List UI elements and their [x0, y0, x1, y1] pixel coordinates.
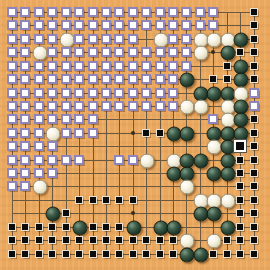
white-territory-marker[interactable] [7, 88, 17, 98]
black-territory-marker[interactable] [62, 223, 70, 231]
black-territory-marker[interactable] [62, 209, 70, 217]
white-territory-marker[interactable] [47, 34, 57, 44]
white-territory-marker[interactable] [88, 7, 98, 17]
white-territory-marker[interactable] [101, 61, 111, 71]
white-territory-marker[interactable] [61, 20, 71, 30]
white-territory-marker[interactable] [141, 7, 151, 17]
white-territory-marker[interactable] [74, 74, 84, 84]
black-territory-marker[interactable] [129, 196, 137, 204]
white-territory-marker[interactable] [20, 168, 30, 178]
white-territory-marker[interactable] [47, 168, 57, 178]
black-territory-marker[interactable] [156, 236, 164, 244]
black-territory-marker[interactable] [236, 236, 244, 244]
white-territory-marker[interactable] [20, 74, 30, 84]
black-territory-marker[interactable] [236, 250, 244, 258]
white-territory-marker[interactable] [47, 155, 57, 165]
white-territory-marker[interactable] [20, 141, 30, 151]
white-stone[interactable] [207, 234, 222, 249]
marked-point-marker[interactable] [234, 140, 246, 152]
black-territory-marker[interactable] [35, 223, 43, 231]
black-territory-marker[interactable] [169, 250, 177, 258]
hoshi-dot [131, 131, 135, 135]
black-territory-marker[interactable] [223, 236, 231, 244]
white-territory-marker[interactable] [47, 61, 57, 71]
white-territory-marker[interactable] [141, 88, 151, 98]
white-territory-marker[interactable] [181, 34, 191, 44]
black-stone[interactable] [180, 126, 195, 141]
black-territory-marker[interactable] [8, 236, 16, 244]
white-territory-marker[interactable] [20, 128, 30, 138]
black-territory-marker[interactable] [62, 236, 70, 244]
white-territory-marker[interactable] [88, 128, 98, 138]
black-stone[interactable] [73, 220, 88, 235]
white-territory-marker[interactable] [114, 34, 124, 44]
white-territory-marker[interactable] [47, 47, 57, 57]
white-territory-marker[interactable] [7, 34, 17, 44]
white-territory-marker[interactable] [88, 47, 98, 57]
white-territory-marker[interactable] [101, 88, 111, 98]
black-territory-marker[interactable] [250, 209, 258, 217]
black-territory-marker[interactable] [209, 250, 217, 258]
white-territory-marker[interactable] [128, 101, 138, 111]
white-territory-marker[interactable] [88, 74, 98, 84]
white-territory-marker[interactable] [34, 141, 44, 151]
white-territory-marker[interactable] [155, 20, 165, 30]
black-territory-marker[interactable] [21, 223, 29, 231]
white-territory-marker[interactable] [101, 101, 111, 111]
white-territory-marker[interactable] [47, 74, 57, 84]
black-stone[interactable] [220, 220, 235, 235]
black-territory-marker[interactable] [223, 75, 231, 83]
white-territory-marker[interactable] [168, 34, 178, 44]
white-territory-marker[interactable] [128, 88, 138, 98]
white-stone[interactable] [32, 46, 47, 61]
white-territory-marker[interactable] [20, 88, 30, 98]
black-stone[interactable] [126, 220, 141, 235]
white-territory-marker[interactable] [114, 155, 124, 165]
black-territory-marker[interactable] [21, 236, 29, 244]
white-territory-marker[interactable] [195, 20, 205, 30]
hoshi-dot [211, 50, 215, 54]
black-stone[interactable] [220, 167, 235, 182]
white-territory-marker[interactable] [141, 101, 151, 111]
black-territory-marker[interactable] [8, 250, 16, 258]
white-territory-marker[interactable] [61, 101, 71, 111]
black-territory-marker[interactable] [250, 169, 258, 177]
white-territory-marker[interactable] [88, 34, 98, 44]
white-territory-marker[interactable] [195, 7, 205, 17]
white-territory-marker[interactable] [88, 88, 98, 98]
black-stone[interactable] [207, 207, 222, 222]
white-stone[interactable] [193, 99, 208, 114]
black-territory-marker[interactable] [156, 250, 164, 258]
white-territory-marker[interactable] [74, 101, 84, 111]
black-territory-marker[interactable] [223, 250, 231, 258]
white-territory-marker[interactable] [168, 74, 178, 84]
white-territory-marker[interactable] [7, 181, 17, 191]
white-territory-marker[interactable] [47, 20, 57, 30]
black-territory-marker[interactable] [236, 156, 244, 164]
black-territory-marker[interactable] [236, 182, 244, 190]
white-territory-marker[interactable] [7, 61, 17, 71]
white-territory-marker[interactable] [61, 114, 71, 124]
black-territory-marker[interactable] [250, 21, 258, 29]
white-territory-marker[interactable] [20, 20, 30, 30]
white-territory-marker[interactable] [7, 114, 17, 124]
white-territory-marker[interactable] [181, 20, 191, 30]
white-territory-marker[interactable] [168, 61, 178, 71]
white-stone[interactable] [153, 32, 168, 47]
white-territory-marker[interactable] [34, 114, 44, 124]
white-stone[interactable] [180, 180, 195, 195]
white-territory-marker[interactable] [61, 128, 71, 138]
black-territory-marker[interactable] [62, 250, 70, 258]
white-territory-marker[interactable] [168, 47, 178, 57]
white-territory-marker[interactable] [114, 7, 124, 17]
white-territory-marker[interactable] [74, 128, 84, 138]
white-territory-marker[interactable] [34, 20, 44, 30]
white-territory-marker[interactable] [168, 7, 178, 17]
white-territory-marker[interactable] [7, 168, 17, 178]
white-territory-marker[interactable] [208, 114, 218, 124]
black-territory-marker[interactable] [102, 223, 110, 231]
black-stone[interactable] [234, 32, 249, 47]
white-territory-marker[interactable] [34, 61, 44, 71]
white-territory-marker[interactable] [114, 101, 124, 111]
black-territory-marker[interactable] [142, 129, 150, 137]
white-stone[interactable] [32, 180, 47, 195]
white-territory-marker[interactable] [181, 47, 191, 57]
white-territory-marker[interactable] [101, 34, 111, 44]
white-territory-marker[interactable] [128, 20, 138, 30]
black-territory-marker[interactable] [250, 35, 258, 43]
white-territory-marker[interactable] [168, 88, 178, 98]
white-territory-marker[interactable] [20, 155, 30, 165]
black-territory-marker[interactable] [142, 250, 150, 258]
white-stone[interactable] [46, 126, 61, 141]
black-territory-marker[interactable] [102, 236, 110, 244]
white-territory-marker[interactable] [34, 155, 44, 165]
white-territory-marker[interactable] [74, 34, 84, 44]
white-territory-marker[interactable] [181, 61, 191, 71]
black-territory-marker[interactable] [115, 223, 123, 231]
white-territory-marker[interactable] [88, 61, 98, 71]
white-territory-marker[interactable] [47, 114, 57, 124]
black-territory-marker[interactable] [142, 236, 150, 244]
black-territory-marker[interactable] [250, 236, 258, 244]
white-territory-marker[interactable] [128, 155, 138, 165]
black-territory-marker[interactable] [102, 196, 110, 204]
white-territory-marker[interactable] [101, 20, 111, 30]
black-territory-marker[interactable] [209, 75, 217, 83]
black-territory-marker[interactable] [250, 48, 258, 56]
white-stone[interactable] [193, 46, 208, 61]
white-territory-marker[interactable] [34, 7, 44, 17]
white-territory-marker[interactable] [20, 34, 30, 44]
white-territory-marker[interactable] [155, 7, 165, 17]
white-territory-marker[interactable] [155, 74, 165, 84]
black-territory-marker[interactable] [129, 236, 137, 244]
white-territory-marker[interactable] [47, 101, 57, 111]
white-territory-marker[interactable] [61, 74, 71, 84]
white-territory-marker[interactable] [61, 155, 71, 165]
black-territory-marker[interactable] [115, 236, 123, 244]
white-territory-marker[interactable] [61, 88, 71, 98]
white-territory-marker[interactable] [34, 128, 44, 138]
black-territory-marker[interactable] [75, 250, 83, 258]
white-territory-marker[interactable] [141, 20, 151, 30]
white-territory-marker[interactable] [34, 168, 44, 178]
black-stone[interactable] [234, 126, 249, 141]
black-territory-marker[interactable] [250, 129, 258, 137]
black-territory-marker[interactable] [35, 250, 43, 258]
black-territory-marker[interactable] [236, 169, 244, 177]
white-territory-marker[interactable] [128, 47, 138, 57]
black-territory-marker[interactable] [169, 236, 177, 244]
white-territory-marker[interactable] [74, 7, 84, 17]
white-territory-marker[interactable] [74, 155, 84, 165]
black-stone[interactable] [180, 73, 195, 88]
white-territory-marker[interactable] [128, 61, 138, 71]
black-territory-marker[interactable] [250, 182, 258, 190]
white-territory-marker[interactable] [155, 47, 165, 57]
black-territory-marker[interactable] [250, 156, 258, 164]
black-territory-marker[interactable] [48, 223, 56, 231]
white-territory-marker[interactable] [101, 7, 111, 17]
black-territory-marker[interactable] [250, 75, 258, 83]
black-territory-marker[interactable] [236, 223, 244, 231]
black-territory-marker[interactable] [89, 236, 97, 244]
black-territory-marker[interactable] [250, 62, 258, 70]
white-stone[interactable] [140, 153, 155, 168]
black-territory-marker[interactable] [250, 115, 258, 123]
white-territory-marker[interactable] [47, 7, 57, 17]
white-territory-marker[interactable] [155, 61, 165, 71]
black-territory-marker[interactable] [89, 196, 97, 204]
black-stone[interactable] [220, 46, 235, 61]
white-territory-marker[interactable] [114, 61, 124, 71]
black-territory-marker[interactable] [129, 250, 137, 258]
white-territory-marker[interactable] [20, 181, 30, 191]
white-territory-marker[interactable] [155, 101, 165, 111]
white-territory-marker[interactable] [141, 61, 151, 71]
black-territory-marker[interactable] [250, 223, 258, 231]
black-territory-marker[interactable] [75, 196, 83, 204]
white-territory-marker[interactable] [74, 114, 84, 124]
black-territory-marker[interactable] [102, 250, 110, 258]
white-territory-marker[interactable] [155, 88, 165, 98]
black-territory-marker[interactable] [8, 223, 16, 231]
white-territory-marker[interactable] [208, 20, 218, 30]
black-territory-marker[interactable] [236, 48, 244, 56]
white-territory-marker[interactable] [34, 88, 44, 98]
white-territory-marker[interactable] [47, 88, 57, 98]
white-territory-marker[interactable] [181, 7, 191, 17]
black-stone[interactable] [193, 247, 208, 262]
black-territory-marker[interactable] [236, 196, 244, 204]
white-territory-marker[interactable] [34, 74, 44, 84]
white-territory-marker[interactable] [114, 88, 124, 98]
white-territory-marker[interactable] [7, 101, 17, 111]
white-territory-marker[interactable] [20, 47, 30, 57]
white-territory-marker[interactable] [7, 141, 17, 151]
black-territory-marker[interactable] [223, 62, 231, 70]
white-territory-marker[interactable] [114, 20, 124, 30]
black-territory-marker[interactable] [250, 250, 258, 258]
black-territory-marker[interactable] [89, 223, 97, 231]
black-territory-marker[interactable] [48, 236, 56, 244]
white-territory-marker[interactable] [7, 74, 17, 84]
black-territory-marker[interactable] [250, 196, 258, 204]
black-territory-marker[interactable] [115, 250, 123, 258]
black-territory-marker[interactable] [48, 250, 56, 258]
black-territory-marker[interactable] [236, 209, 244, 217]
white-territory-marker[interactable] [61, 7, 71, 17]
black-stone[interactable] [193, 153, 208, 168]
white-territory-marker[interactable] [74, 47, 84, 57]
white-territory-marker[interactable] [20, 101, 30, 111]
white-territory-marker[interactable] [249, 101, 259, 111]
black-territory-marker[interactable] [75, 236, 83, 244]
white-territory-marker[interactable] [141, 74, 151, 84]
black-territory-marker[interactable] [21, 250, 29, 258]
white-territory-marker[interactable] [34, 101, 44, 111]
white-stone[interactable] [220, 193, 235, 208]
white-territory-marker[interactable] [249, 88, 259, 98]
white-territory-marker[interactable] [7, 7, 17, 17]
white-territory-marker[interactable] [114, 74, 124, 84]
black-territory-marker[interactable] [250, 8, 258, 16]
white-territory-marker[interactable] [101, 47, 111, 57]
white-territory-marker[interactable] [7, 128, 17, 138]
white-territory-marker[interactable] [74, 61, 84, 71]
white-territory-marker[interactable] [74, 20, 84, 30]
white-territory-marker[interactable] [74, 88, 84, 98]
white-territory-marker[interactable] [7, 47, 17, 57]
white-territory-marker[interactable] [128, 7, 138, 17]
white-territory-marker[interactable] [208, 7, 218, 17]
white-territory-marker[interactable] [88, 20, 98, 30]
go-board [0, 0, 270, 270]
hoshi-dot [131, 211, 135, 215]
white-territory-marker[interactable] [114, 47, 124, 57]
white-territory-marker[interactable] [20, 61, 30, 71]
white-territory-marker[interactable] [20, 114, 30, 124]
black-territory-marker[interactable] [89, 250, 97, 258]
white-territory-marker[interactable] [34, 34, 44, 44]
white-stone[interactable] [59, 32, 74, 47]
white-territory-marker[interactable] [88, 101, 98, 111]
black-territory-marker[interactable] [115, 196, 123, 204]
black-stone[interactable] [167, 220, 182, 235]
white-territory-marker[interactable] [61, 47, 71, 57]
white-territory-marker[interactable] [47, 141, 57, 151]
white-territory-marker[interactable] [20, 7, 30, 17]
white-territory-marker[interactable] [141, 47, 151, 57]
black-territory-marker[interactable] [156, 129, 164, 137]
white-territory-marker[interactable] [7, 155, 17, 165]
black-stone[interactable] [46, 207, 61, 222]
white-territory-marker[interactable] [128, 34, 138, 44]
white-territory-marker[interactable] [128, 74, 138, 84]
white-territory-marker[interactable] [101, 74, 111, 84]
black-territory-marker[interactable] [250, 142, 258, 150]
white-territory-marker[interactable] [168, 20, 178, 30]
black-territory-marker[interactable] [35, 236, 43, 244]
white-territory-marker[interactable] [88, 114, 98, 124]
white-territory-marker[interactable] [7, 20, 17, 30]
white-territory-marker[interactable] [61, 61, 71, 71]
white-territory-marker[interactable] [168, 101, 178, 111]
